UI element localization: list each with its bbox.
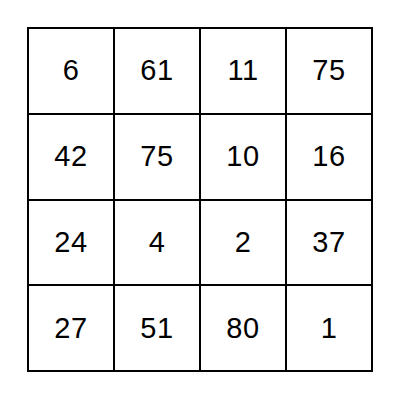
grid-cell-r1c1: 75: [115, 115, 199, 199]
grid-cell-r3c3: 1: [287, 286, 371, 370]
grid-cell-r0c0: 6: [29, 29, 113, 113]
grid-cell-r3c2: 80: [201, 286, 285, 370]
grid-cell-r2c2: 2: [201, 201, 285, 285]
grid-cell-r0c1: 61: [115, 29, 199, 113]
grid-cell-r3c0: 27: [29, 286, 113, 370]
grid-cell-r3c1: 51: [115, 286, 199, 370]
grid-cell-r0c3: 75: [287, 29, 371, 113]
grid-cell-r2c0: 24: [29, 201, 113, 285]
grid-cell-r1c0: 42: [29, 115, 113, 199]
number-grid-board: 6 61 11 75 42 75 10 16 24 4 2 37 27 51 8…: [27, 27, 373, 372]
grid-cell-r1c3: 16: [287, 115, 371, 199]
grid-cell-r1c2: 10: [201, 115, 285, 199]
grid-cell-r0c2: 11: [201, 29, 285, 113]
grid-cell-r2c1: 4: [115, 201, 199, 285]
grid-cell-r2c3: 37: [287, 201, 371, 285]
